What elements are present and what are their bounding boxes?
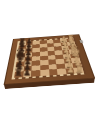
square-d6 (32, 52, 40, 57)
square-h2: ♟ (65, 68, 75, 74)
black-rook: ♜ (14, 68, 23, 78)
piece-anchor: ♜ (14, 72, 23, 78)
piece-anchor: ♜ (74, 68, 84, 74)
frame-checkered-trim: ♜♟♟♜♞♟♟♞♝♟♟♝♛♟♟♛♚♟♟♚♝♟♟♝♞♟♟♞♜♟♟♜ (12, 37, 87, 79)
white-rook: ♜ (75, 64, 84, 74)
chess-board: ♜♟♟♜♞♟♟♞♝♟♟♝♛♟♟♛♚♟♟♚♝♟♟♝♞♟♟♞♜♟♟♜ (4, 34, 95, 84)
playing-field: ♜♟♟♜♞♟♟♞♝♟♟♝♛♟♟♛♚♟♟♚♝♟♟♝♞♟♟♞♜♟♟♜ (14, 38, 84, 78)
product-photo: ♜♟♟♜♞♟♟♞♝♟♟♝♛♟♟♛♚♟♟♚♝♟♟♝♞♟♟♞♜♟♟♜ (0, 0, 95, 126)
scene: ♜♟♟♜♞♟♟♞♝♟♟♝♛♟♟♛♚♟♟♚♝♟♟♝♞♟♟♞♜♟♟♜ (0, 0, 95, 126)
clasp-icon (79, 40, 83, 43)
square-h6 (32, 70, 41, 76)
piece-anchor: ♟ (65, 68, 75, 74)
square-h1: ♜ (74, 68, 84, 74)
square-h7: ♟ (23, 71, 32, 77)
square-h8: ♜ (14, 72, 23, 78)
black-pawn: ♟ (23, 68, 31, 77)
board-edge-front (4, 78, 95, 89)
square-h5 (40, 70, 49, 76)
square-e5 (40, 56, 48, 61)
white-pawn: ♟ (67, 65, 75, 74)
piece-anchor: ♟ (23, 71, 32, 77)
